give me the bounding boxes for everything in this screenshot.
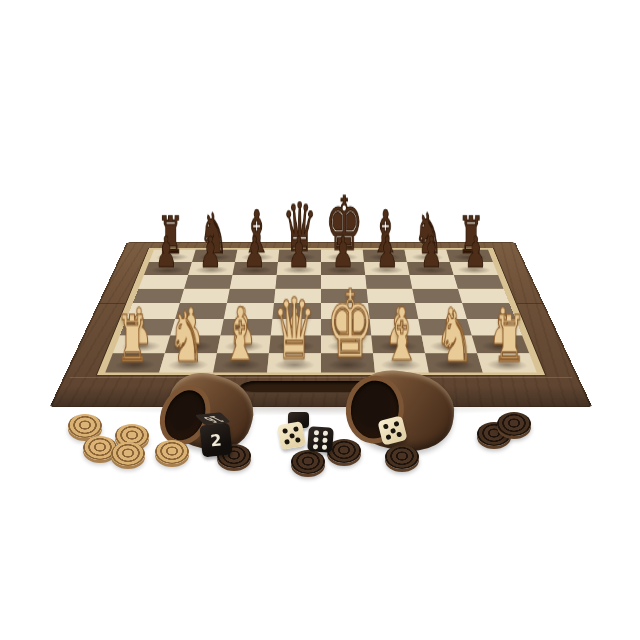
- die-pip: [282, 428, 288, 434]
- die-pip: [313, 437, 318, 442]
- square-c1[interactable]: ♝: [213, 353, 269, 372]
- doubling-cube[interactable]: 16 2: [199, 423, 232, 458]
- die-pip: [394, 420, 400, 426]
- square-d1[interactable]: ♛: [267, 353, 321, 372]
- square-h7[interactable]: ♟: [450, 262, 498, 275]
- board-grid: ♜♞♝♛♚♝♞♜♟♟♟♟♟♟♟♟♟♟♟♟♟♟♟♟♜♞♝♛♚♝♞♜: [105, 250, 537, 373]
- square-a7[interactable]: ♟: [144, 262, 192, 275]
- ivory-die-5[interactable]: [277, 421, 306, 450]
- white-queen[interactable]: ♛: [272, 287, 315, 371]
- white-bishop[interactable]: ♝: [380, 299, 423, 372]
- square-c6[interactable]: [230, 275, 277, 289]
- die-pip: [385, 434, 391, 440]
- white-king[interactable]: ♚: [326, 278, 369, 371]
- dark-checker[interactable]: [291, 450, 325, 474]
- white-bishop[interactable]: ♝: [219, 299, 262, 372]
- square-e1[interactable]: ♚: [321, 353, 375, 372]
- white-knight[interactable]: ♞: [165, 302, 208, 372]
- square-f1[interactable]: ♝: [373, 353, 429, 372]
- black-pawn[interactable]: ♟: [193, 231, 228, 274]
- white-knight[interactable]: ♞: [434, 302, 477, 372]
- doubling-cube-front-face: 2: [209, 430, 222, 450]
- light-checker[interactable]: [155, 440, 189, 464]
- front-rail-ridge: [69, 377, 572, 378]
- square-g6[interactable]: [410, 275, 458, 289]
- die-pip: [382, 423, 388, 429]
- black-pawn[interactable]: ♟: [281, 231, 316, 274]
- board-inner-border: ♜♞♝♛♚♝♞♜♟♟♟♟♟♟♟♟♟♟♟♟♟♟♟♟♜♞♝♛♚♝♞♜: [96, 248, 547, 376]
- front-rail-shade: [49, 386, 592, 408]
- white-rook[interactable]: ♜: [488, 308, 531, 372]
- square-c7[interactable]: ♟: [232, 262, 278, 275]
- black-pawn[interactable]: ♟: [149, 231, 184, 274]
- die-pip: [284, 439, 290, 445]
- die-pip: [322, 444, 327, 449]
- chess-board: ♜♞♝♛♚♝♞♜♟♟♟♟♟♟♟♟♟♟♟♟♟♟♟♟♜♞♝♛♚♝♞♜: [49, 242, 592, 407]
- black-pawn[interactable]: ♟: [370, 231, 405, 274]
- square-d7[interactable]: ♟: [277, 262, 321, 275]
- square-a6[interactable]: [138, 275, 188, 289]
- product-photo-scene: ♜♞♝♛♚♝♞♜♟♟♟♟♟♟♟♟♟♟♟♟♟♟♟♟♜♞♝♛♚♝♞♜ 16 2: [0, 0, 640, 640]
- black-pawn[interactable]: ♟: [414, 231, 449, 274]
- black-die-6[interactable]: [307, 426, 334, 453]
- die-pip: [313, 444, 318, 449]
- die-pip: [295, 437, 301, 443]
- black-pawn[interactable]: ♟: [325, 231, 360, 274]
- die-pip: [289, 433, 295, 439]
- square-g7[interactable]: ♟: [407, 262, 454, 275]
- dark-checker[interactable]: [497, 412, 531, 436]
- die-pip: [396, 432, 402, 438]
- white-rook[interactable]: ♜: [111, 308, 154, 372]
- square-a1[interactable]: ♜: [105, 353, 165, 372]
- square-b1[interactable]: ♞: [159, 353, 217, 372]
- black-pawn[interactable]: ♟: [237, 231, 272, 274]
- board-frame: ♜♞♝♛♚♝♞♜♟♟♟♟♟♟♟♟♟♟♟♟♟♟♟♟♜♞♝♛♚♝♞♜: [49, 242, 592, 407]
- die-pip: [322, 437, 327, 442]
- die-pip: [314, 430, 319, 435]
- square-h6[interactable]: [454, 275, 504, 289]
- die-pip: [389, 427, 395, 433]
- square-g1[interactable]: ♞: [425, 353, 483, 372]
- square-b7[interactable]: ♟: [188, 262, 235, 275]
- black-pawn[interactable]: ♟: [458, 231, 493, 274]
- square-b6[interactable]: [184, 275, 232, 289]
- light-checker[interactable]: [68, 414, 102, 438]
- die-pip: [293, 426, 299, 432]
- dark-checker[interactable]: [385, 445, 419, 469]
- light-checker[interactable]: [111, 442, 145, 466]
- die-pip: [323, 430, 328, 435]
- square-h1[interactable]: ♜: [477, 353, 537, 372]
